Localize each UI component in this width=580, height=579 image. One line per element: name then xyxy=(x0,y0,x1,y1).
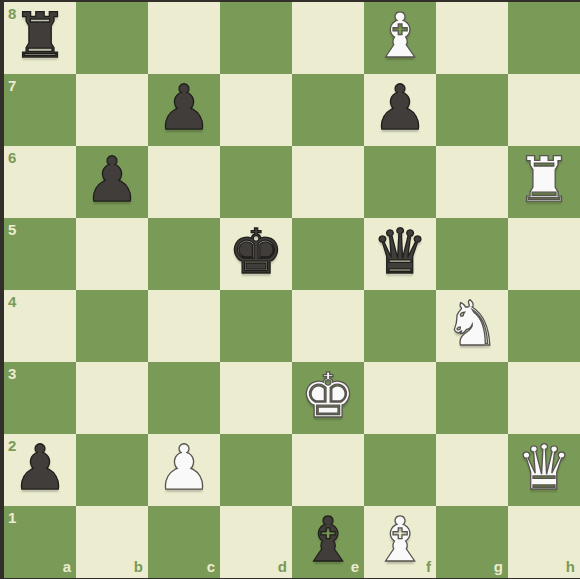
square-c2[interactable]: ♟ xyxy=(148,434,220,506)
square-a2[interactable]: 2♟ xyxy=(4,434,76,506)
square-b5[interactable] xyxy=(76,218,148,290)
black-queen[interactable]: ♛ xyxy=(364,216,436,288)
square-c5[interactable] xyxy=(148,218,220,290)
square-c7[interactable]: ♟ xyxy=(148,74,220,146)
white-queen[interactable]: ♛ xyxy=(508,432,580,504)
square-h3[interactable] xyxy=(508,362,580,434)
square-f6[interactable] xyxy=(364,146,436,218)
square-d2[interactable] xyxy=(220,434,292,506)
white-knight[interactable]: ♞ xyxy=(436,288,508,360)
square-b4[interactable] xyxy=(76,290,148,362)
square-h4[interactable] xyxy=(508,290,580,362)
black-pawn[interactable]: ♟ xyxy=(364,72,436,144)
square-h1[interactable]: h xyxy=(508,506,580,578)
square-e7[interactable] xyxy=(292,74,364,146)
square-g2[interactable] xyxy=(436,434,508,506)
file-label-c: c xyxy=(207,559,215,574)
square-c6[interactable] xyxy=(148,146,220,218)
black-pawn[interactable]: ♟ xyxy=(148,72,220,144)
square-a8[interactable]: 8♜ xyxy=(4,2,76,74)
square-d5[interactable]: ♚ xyxy=(220,218,292,290)
square-g4[interactable]: ♞ xyxy=(436,290,508,362)
square-d4[interactable] xyxy=(220,290,292,362)
square-g8[interactable] xyxy=(436,2,508,74)
square-d3[interactable] xyxy=(220,362,292,434)
square-c4[interactable] xyxy=(148,290,220,362)
square-g3[interactable] xyxy=(436,362,508,434)
rank-label-6: 6 xyxy=(8,150,16,165)
square-b7[interactable] xyxy=(76,74,148,146)
white-bishop[interactable]: ♝ xyxy=(364,504,436,576)
square-f3[interactable] xyxy=(364,362,436,434)
square-a6[interactable]: 6 xyxy=(4,146,76,218)
black-pawn[interactable]: ♟ xyxy=(76,144,148,216)
square-e6[interactable] xyxy=(292,146,364,218)
square-e8[interactable] xyxy=(292,2,364,74)
square-h6[interactable]: ♜ xyxy=(508,146,580,218)
square-c1[interactable]: c xyxy=(148,506,220,578)
white-rook[interactable]: ♜ xyxy=(508,144,580,216)
square-d8[interactable] xyxy=(220,2,292,74)
square-h2[interactable]: ♛ xyxy=(508,434,580,506)
square-c8[interactable] xyxy=(148,2,220,74)
square-g5[interactable] xyxy=(436,218,508,290)
square-g7[interactable] xyxy=(436,74,508,146)
square-d1[interactable]: d xyxy=(220,506,292,578)
square-f4[interactable] xyxy=(364,290,436,362)
rank-label-4: 4 xyxy=(8,294,16,309)
square-d6[interactable] xyxy=(220,146,292,218)
file-label-h: h xyxy=(566,559,575,574)
file-label-g: g xyxy=(494,559,503,574)
square-f8[interactable]: ♝ xyxy=(364,2,436,74)
square-h8[interactable] xyxy=(508,2,580,74)
file-label-d: d xyxy=(278,559,287,574)
square-a7[interactable]: 7 xyxy=(4,74,76,146)
square-h5[interactable] xyxy=(508,218,580,290)
square-e1[interactable]: e♝ xyxy=(292,506,364,578)
square-e5[interactable] xyxy=(292,218,364,290)
square-e2[interactable] xyxy=(292,434,364,506)
square-e3[interactable]: ♚ xyxy=(292,362,364,434)
rank-label-1: 1 xyxy=(8,510,16,525)
square-a4[interactable]: 4 xyxy=(4,290,76,362)
square-a3[interactable]: 3 xyxy=(4,362,76,434)
square-g6[interactable] xyxy=(436,146,508,218)
square-f2[interactable] xyxy=(364,434,436,506)
square-b1[interactable]: b xyxy=(76,506,148,578)
square-g1[interactable]: g xyxy=(436,506,508,578)
square-h7[interactable] xyxy=(508,74,580,146)
rank-label-3: 3 xyxy=(8,366,16,381)
square-f7[interactable]: ♟ xyxy=(364,74,436,146)
square-a5[interactable]: 5 xyxy=(4,218,76,290)
chess-board: 8♜♝7♟♟6♟♜5♚♛4♞3♚2♟♟♛1abcde♝f♝gh xyxy=(4,2,580,578)
black-pawn[interactable]: ♟ xyxy=(4,432,76,504)
black-king[interactable]: ♚ xyxy=(220,216,292,288)
square-c3[interactable] xyxy=(148,362,220,434)
square-b3[interactable] xyxy=(76,362,148,434)
square-b2[interactable] xyxy=(76,434,148,506)
rank-label-5: 5 xyxy=(8,222,16,237)
white-king[interactable]: ♚ xyxy=(292,360,364,432)
file-label-a: a xyxy=(63,559,71,574)
white-pawn[interactable]: ♟ xyxy=(148,432,220,504)
file-label-b: b xyxy=(134,559,143,574)
black-bishop[interactable]: ♝ xyxy=(292,504,364,576)
square-e4[interactable] xyxy=(292,290,364,362)
black-rook[interactable]: ♜ xyxy=(4,0,76,72)
square-f5[interactable]: ♛ xyxy=(364,218,436,290)
square-b8[interactable] xyxy=(76,2,148,74)
white-bishop[interactable]: ♝ xyxy=(364,0,436,72)
square-d7[interactable] xyxy=(220,74,292,146)
square-a1[interactable]: 1a xyxy=(4,506,76,578)
rank-label-7: 7 xyxy=(8,78,16,93)
square-b6[interactable]: ♟ xyxy=(76,146,148,218)
square-f1[interactable]: f♝ xyxy=(364,506,436,578)
